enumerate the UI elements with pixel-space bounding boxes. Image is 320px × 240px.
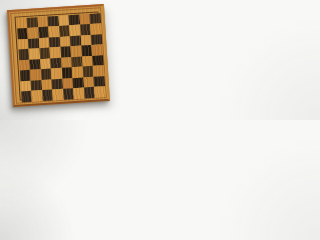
board-square [84, 87, 95, 98]
board-square [37, 16, 48, 27]
board-square [19, 70, 30, 81]
board-square [60, 46, 71, 57]
board-square [90, 23, 101, 34]
board-square [17, 28, 28, 39]
board-square [21, 91, 32, 102]
board-square [82, 66, 93, 77]
board-square [91, 34, 102, 45]
board-square [50, 57, 61, 68]
board-square [40, 69, 51, 80]
board-square [68, 14, 79, 25]
board-square [41, 79, 52, 90]
board-square [38, 27, 49, 38]
board-square [61, 57, 72, 68]
board-square [80, 34, 91, 45]
board-square [83, 76, 94, 87]
board-square [38, 37, 49, 48]
board-square [30, 69, 41, 80]
board-square [62, 78, 73, 89]
board-square [49, 47, 60, 58]
board-square [18, 49, 29, 60]
board-square [73, 87, 84, 98]
board-square [31, 80, 42, 91]
board-square [48, 15, 59, 26]
board-square [48, 26, 59, 37]
board-square [71, 56, 82, 67]
board-square [69, 25, 80, 36]
board-square [59, 25, 70, 36]
board-square [94, 86, 105, 97]
board-square [81, 45, 92, 56]
board-square [91, 44, 102, 55]
board-square [80, 24, 91, 35]
board-square [39, 48, 50, 59]
board-square [16, 17, 27, 28]
board-square [42, 89, 53, 100]
board-square [79, 13, 90, 24]
board-square [70, 46, 81, 57]
board-squares-grid [16, 13, 105, 102]
board-square [20, 80, 31, 91]
board-square [19, 59, 30, 70]
board-square [59, 36, 70, 47]
board-square [92, 55, 103, 66]
board-square [93, 76, 104, 87]
board-square [31, 90, 42, 101]
board-square [61, 67, 72, 78]
board-square [27, 17, 38, 28]
board-square [49, 36, 60, 47]
board-square [52, 89, 63, 100]
board-square [29, 59, 40, 70]
board-square [82, 55, 93, 66]
board-square [51, 78, 62, 89]
board-square [70, 35, 81, 46]
board-square [72, 77, 83, 88]
board-square [51, 68, 62, 79]
board-square [28, 38, 39, 49]
board-square [93, 65, 104, 76]
board-square [40, 58, 51, 69]
board-square [89, 13, 100, 24]
board-square [63, 88, 74, 99]
checkerboard [7, 4, 110, 107]
board-square [17, 38, 28, 49]
board-square [29, 48, 40, 59]
board-square [27, 27, 38, 38]
board-square [58, 15, 69, 26]
board-square [72, 67, 83, 78]
